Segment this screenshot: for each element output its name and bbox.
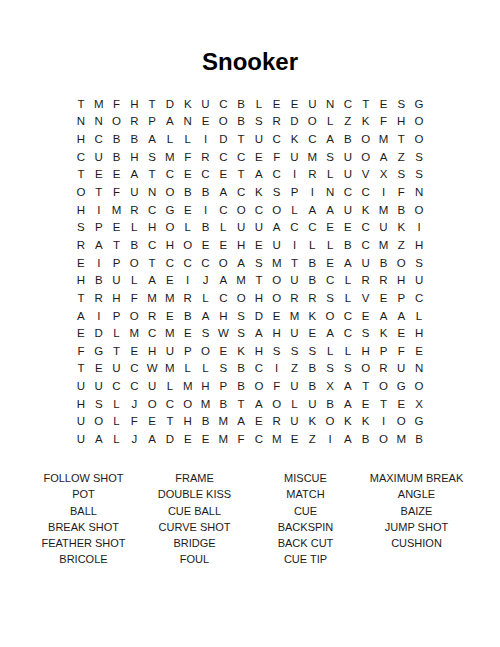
- grid-cell-r12[interactable]: E: [375, 289, 393, 307]
- grid-cell-f10[interactable]: C: [161, 254, 179, 272]
- grid-cell-j5[interactable]: T: [232, 166, 250, 184]
- grid-cell-o15[interactable]: L: [321, 342, 339, 360]
- word-list-item[interactable]: FRAME: [175, 470, 214, 486]
- grid-cell-g20[interactable]: E: [179, 430, 197, 448]
- grid-cell-q9[interactable]: C: [357, 236, 375, 254]
- grid-cell-g15[interactable]: P: [179, 342, 197, 360]
- grid-cell-g11[interactable]: I: [179, 271, 197, 289]
- word-list-item[interactable]: FEATHER SHOT: [41, 535, 125, 551]
- grid-cell-b17[interactable]: U: [90, 377, 108, 395]
- grid-cell-i11[interactable]: A: [214, 271, 232, 289]
- grid-cell-f15[interactable]: U: [161, 342, 179, 360]
- grid-cell-j3[interactable]: T: [232, 130, 250, 148]
- grid-cell-q15[interactable]: H: [357, 342, 375, 360]
- grid-cell-i5[interactable]: E: [214, 166, 232, 184]
- grid-cell-a13[interactable]: A: [72, 307, 90, 325]
- grid-cell-e14[interactable]: C: [143, 324, 161, 342]
- grid-cell-f1[interactable]: D: [161, 95, 179, 113]
- grid-cell-k6[interactable]: K: [250, 183, 268, 201]
- grid-cell-j2[interactable]: B: [232, 113, 250, 131]
- grid-cell-k3[interactable]: U: [250, 130, 268, 148]
- word-list-item[interactable]: ANGLE: [398, 486, 435, 502]
- grid-cell-p17[interactable]: A: [339, 377, 357, 395]
- grid-cell-m11[interactable]: U: [286, 271, 304, 289]
- grid-cell-s6[interactable]: F: [392, 183, 410, 201]
- grid-cell-t1[interactable]: G: [410, 95, 428, 113]
- grid-cell-h16[interactable]: L: [197, 360, 215, 378]
- grid-cell-b4[interactable]: U: [90, 148, 108, 166]
- grid-cell-j14[interactable]: S: [232, 324, 250, 342]
- grid-cell-t18[interactable]: X: [410, 395, 428, 413]
- word-list-item[interactable]: CUSHION: [391, 535, 442, 551]
- grid-cell-b3[interactable]: C: [90, 130, 108, 148]
- grid-cell-p9[interactable]: B: [339, 236, 357, 254]
- grid-cell-c11[interactable]: U: [108, 271, 126, 289]
- grid-cell-n8[interactable]: C: [303, 218, 321, 236]
- grid-cell-d10[interactable]: O: [125, 254, 143, 272]
- grid-cell-q8[interactable]: C: [357, 218, 375, 236]
- grid-cell-d12[interactable]: F: [125, 289, 143, 307]
- grid-cell-h10[interactable]: C: [197, 254, 215, 272]
- word-list-item[interactable]: POT: [72, 486, 95, 502]
- grid-cell-k18[interactable]: A: [250, 395, 268, 413]
- grid-cell-j20[interactable]: F: [232, 430, 250, 448]
- grid-cell-k16[interactable]: C: [250, 360, 268, 378]
- grid-cell-o3[interactable]: A: [321, 130, 339, 148]
- grid-cell-l15[interactable]: S: [268, 342, 286, 360]
- grid-cell-m14[interactable]: U: [286, 324, 304, 342]
- grid-cell-h14[interactable]: S: [197, 324, 215, 342]
- grid-cell-h19[interactable]: B: [197, 413, 215, 431]
- grid-cell-l19[interactable]: R: [268, 413, 286, 431]
- grid-cell-f19[interactable]: T: [161, 413, 179, 431]
- grid-cell-i12[interactable]: C: [214, 289, 232, 307]
- grid-cell-c7[interactable]: M: [108, 201, 126, 219]
- grid-cell-s19[interactable]: O: [392, 413, 410, 431]
- grid-cell-q19[interactable]: K: [357, 413, 375, 431]
- grid-cell-e20[interactable]: A: [143, 430, 161, 448]
- grid-cell-d9[interactable]: B: [125, 236, 143, 254]
- grid-cell-a15[interactable]: F: [72, 342, 90, 360]
- grid-cell-m9[interactable]: I: [286, 236, 304, 254]
- grid-cell-h4[interactable]: R: [197, 148, 215, 166]
- grid-cell-r19[interactable]: I: [375, 413, 393, 431]
- grid-cell-e16[interactable]: W: [143, 360, 161, 378]
- grid-cell-k5[interactable]: A: [250, 166, 268, 184]
- word-list-item[interactable]: CURVE SHOT: [159, 519, 231, 535]
- grid-cell-e18[interactable]: O: [143, 395, 161, 413]
- grid-cell-j4[interactable]: C: [232, 148, 250, 166]
- grid-cell-g1[interactable]: K: [179, 95, 197, 113]
- grid-cell-r4[interactable]: A: [375, 148, 393, 166]
- grid-cell-s13[interactable]: A: [392, 307, 410, 325]
- grid-cell-d20[interactable]: J: [125, 430, 143, 448]
- grid-cell-n14[interactable]: E: [303, 324, 321, 342]
- grid-cell-l16[interactable]: I: [268, 360, 286, 378]
- word-list-item[interactable]: DOUBLE KISS: [158, 486, 231, 502]
- grid-cell-h3[interactable]: I: [197, 130, 215, 148]
- grid-cell-h8[interactable]: B: [197, 218, 215, 236]
- grid-cell-m18[interactable]: L: [286, 395, 304, 413]
- grid-cell-l12[interactable]: O: [268, 289, 286, 307]
- grid-cell-i20[interactable]: M: [214, 430, 232, 448]
- grid-cell-g14[interactable]: E: [179, 324, 197, 342]
- grid-cell-n19[interactable]: K: [303, 413, 321, 431]
- grid-cell-l14[interactable]: H: [268, 324, 286, 342]
- grid-cell-r18[interactable]: T: [375, 395, 393, 413]
- grid-cell-c5[interactable]: E: [108, 166, 126, 184]
- grid-cell-q14[interactable]: S: [357, 324, 375, 342]
- grid-cell-r14[interactable]: K: [375, 324, 393, 342]
- grid-cell-f17[interactable]: L: [161, 377, 179, 395]
- grid-cell-o6[interactable]: N: [321, 183, 339, 201]
- grid-cell-k8[interactable]: U: [250, 218, 268, 236]
- grid-cell-d8[interactable]: L: [125, 218, 143, 236]
- grid-cell-a7[interactable]: H: [72, 201, 90, 219]
- grid-cell-m13[interactable]: M: [286, 307, 304, 325]
- grid-cell-k12[interactable]: H: [250, 289, 268, 307]
- grid-cell-j19[interactable]: A: [232, 413, 250, 431]
- grid-cell-m6[interactable]: P: [286, 183, 304, 201]
- grid-cell-d18[interactable]: J: [125, 395, 143, 413]
- grid-cell-p7[interactable]: U: [339, 201, 357, 219]
- grid-cell-o12[interactable]: S: [321, 289, 339, 307]
- grid-cell-a2[interactable]: N: [72, 113, 90, 131]
- grid-cell-m2[interactable]: D: [286, 113, 304, 131]
- grid-cell-e7[interactable]: C: [143, 201, 161, 219]
- word-list-item[interactable]: CUE TIP: [284, 551, 327, 567]
- grid-cell-s20[interactable]: M: [392, 430, 410, 448]
- grid-cell-g19[interactable]: H: [179, 413, 197, 431]
- word-list-item[interactable]: BACK CUT: [278, 535, 334, 551]
- grid-cell-o10[interactable]: E: [321, 254, 339, 272]
- grid-cell-j18[interactable]: T: [232, 395, 250, 413]
- grid-cell-c13[interactable]: P: [108, 307, 126, 325]
- grid-cell-t13[interactable]: L: [410, 307, 428, 325]
- grid-cell-h9[interactable]: E: [197, 236, 215, 254]
- grid-cell-a3[interactable]: H: [72, 130, 90, 148]
- grid-cell-b9[interactable]: A: [90, 236, 108, 254]
- grid-cell-o7[interactable]: A: [321, 201, 339, 219]
- grid-cell-a1[interactable]: T: [72, 95, 90, 113]
- grid-cell-b11[interactable]: B: [90, 271, 108, 289]
- grid-cell-n7[interactable]: A: [303, 201, 321, 219]
- grid-cell-g3[interactable]: L: [179, 130, 197, 148]
- grid-cell-p2[interactable]: Z: [339, 113, 357, 131]
- grid-cell-o18[interactable]: B: [321, 395, 339, 413]
- grid-cell-i17[interactable]: P: [214, 377, 232, 395]
- grid-cell-p12[interactable]: L: [339, 289, 357, 307]
- grid-cell-o9[interactable]: L: [321, 236, 339, 254]
- grid-cell-q11[interactable]: R: [357, 271, 375, 289]
- grid-cell-e9[interactable]: C: [143, 236, 161, 254]
- grid-cell-c12[interactable]: H: [108, 289, 126, 307]
- word-list-item[interactable]: BAIZE: [401, 503, 433, 519]
- grid-cell-o4[interactable]: S: [321, 148, 339, 166]
- grid-cell-b12[interactable]: R: [90, 289, 108, 307]
- grid-cell-f6[interactable]: O: [161, 183, 179, 201]
- grid-cell-e17[interactable]: U: [143, 377, 161, 395]
- grid-cell-k4[interactable]: E: [250, 148, 268, 166]
- grid-cell-s17[interactable]: G: [392, 377, 410, 395]
- grid-cell-f11[interactable]: E: [161, 271, 179, 289]
- grid-cell-e3[interactable]: A: [143, 130, 161, 148]
- grid-cell-r10[interactable]: B: [375, 254, 393, 272]
- grid-cell-m19[interactable]: U: [286, 413, 304, 431]
- grid-cell-q13[interactable]: E: [357, 307, 375, 325]
- grid-cell-e1[interactable]: T: [143, 95, 161, 113]
- grid-cell-a8[interactable]: S: [72, 218, 90, 236]
- grid-cell-t17[interactable]: O: [410, 377, 428, 395]
- grid-cell-i9[interactable]: E: [214, 236, 232, 254]
- grid-cell-i4[interactable]: C: [214, 148, 232, 166]
- grid-cell-q18[interactable]: E: [357, 395, 375, 413]
- grid-cell-d2[interactable]: R: [125, 113, 143, 131]
- grid-cell-p1[interactable]: C: [339, 95, 357, 113]
- grid-cell-q5[interactable]: V: [357, 166, 375, 184]
- grid-cell-p13[interactable]: C: [339, 307, 357, 325]
- grid-cell-s3[interactable]: T: [392, 130, 410, 148]
- grid-cell-c17[interactable]: C: [108, 377, 126, 395]
- grid-cell-g18[interactable]: O: [179, 395, 197, 413]
- grid-cell-a12[interactable]: T: [72, 289, 90, 307]
- grid-cell-s7[interactable]: B: [392, 201, 410, 219]
- grid-cell-f2[interactable]: A: [161, 113, 179, 131]
- grid-cell-o1[interactable]: N: [321, 95, 339, 113]
- grid-cell-j11[interactable]: M: [232, 271, 250, 289]
- grid-cell-r6[interactable]: I: [375, 183, 393, 201]
- grid-cell-o17[interactable]: X: [321, 377, 339, 395]
- grid-cell-s4[interactable]: Z: [392, 148, 410, 166]
- grid-cell-f5[interactable]: C: [161, 166, 179, 184]
- grid-cell-j9[interactable]: H: [232, 236, 250, 254]
- word-list-item[interactable]: BREAK SHOT: [48, 519, 119, 535]
- grid-cell-t7[interactable]: O: [410, 201, 428, 219]
- word-list-item[interactable]: BRICOLE: [59, 551, 107, 567]
- grid-cell-f3[interactable]: L: [161, 130, 179, 148]
- grid-cell-f8[interactable]: O: [161, 218, 179, 236]
- grid-cell-h5[interactable]: C: [197, 166, 215, 184]
- grid-cell-j1[interactable]: B: [232, 95, 250, 113]
- word-list-item[interactable]: BALL: [70, 503, 97, 519]
- grid-cell-s12[interactable]: P: [392, 289, 410, 307]
- grid-cell-h11[interactable]: J: [197, 271, 215, 289]
- grid-cell-h6[interactable]: B: [197, 183, 215, 201]
- grid-cell-k9[interactable]: E: [250, 236, 268, 254]
- grid-cell-e8[interactable]: H: [143, 218, 161, 236]
- grid-cell-n11[interactable]: B: [303, 271, 321, 289]
- grid-cell-a4[interactable]: C: [72, 148, 90, 166]
- grid-cell-b18[interactable]: S: [90, 395, 108, 413]
- grid-cell-p15[interactable]: L: [339, 342, 357, 360]
- grid-cell-d6[interactable]: U: [125, 183, 143, 201]
- grid-cell-a11[interactable]: H: [72, 271, 90, 289]
- grid-cell-m15[interactable]: S: [286, 342, 304, 360]
- grid-cell-f4[interactable]: M: [161, 148, 179, 166]
- grid-cell-t3[interactable]: O: [410, 130, 428, 148]
- grid-cell-d5[interactable]: A: [125, 166, 143, 184]
- grid-cell-m20[interactable]: E: [286, 430, 304, 448]
- grid-cell-c20[interactable]: L: [108, 430, 126, 448]
- grid-cell-j13[interactable]: S: [232, 307, 250, 325]
- grid-cell-i2[interactable]: O: [214, 113, 232, 131]
- grid-cell-n9[interactable]: L: [303, 236, 321, 254]
- grid-cell-p20[interactable]: A: [339, 430, 357, 448]
- grid-cell-i6[interactable]: A: [214, 183, 232, 201]
- grid-cell-p11[interactable]: L: [339, 271, 357, 289]
- grid-cell-c9[interactable]: T: [108, 236, 126, 254]
- grid-cell-h20[interactable]: E: [197, 430, 215, 448]
- grid-cell-t4[interactable]: S: [410, 148, 428, 166]
- word-list-item[interactable]: MATCH: [286, 486, 324, 502]
- grid-cell-h7[interactable]: I: [197, 201, 215, 219]
- grid-cell-j6[interactable]: C: [232, 183, 250, 201]
- grid-cell-m1[interactable]: E: [286, 95, 304, 113]
- grid-cell-g5[interactable]: E: [179, 166, 197, 184]
- grid-cell-a17[interactable]: U: [72, 377, 90, 395]
- grid-cell-i14[interactable]: W: [214, 324, 232, 342]
- grid-cell-f7[interactable]: G: [161, 201, 179, 219]
- grid-cell-b16[interactable]: E: [90, 360, 108, 378]
- grid-cell-d1[interactable]: H: [125, 95, 143, 113]
- grid-cell-q10[interactable]: U: [357, 254, 375, 272]
- word-list-item[interactable]: MAXIMUM BREAK: [370, 470, 464, 486]
- grid-cell-k7[interactable]: C: [250, 201, 268, 219]
- grid-cell-a19[interactable]: U: [72, 413, 90, 431]
- grid-cell-g4[interactable]: F: [179, 148, 197, 166]
- grid-cell-p19[interactable]: K: [339, 413, 357, 431]
- grid-cell-o16[interactable]: S: [321, 360, 339, 378]
- grid-cell-j17[interactable]: B: [232, 377, 250, 395]
- grid-cell-t19[interactable]: G: [410, 413, 428, 431]
- grid-cell-g12[interactable]: R: [179, 289, 197, 307]
- grid-cell-m17[interactable]: U: [286, 377, 304, 395]
- grid-cell-i13[interactable]: H: [214, 307, 232, 325]
- grid-cell-q20[interactable]: B: [357, 430, 375, 448]
- grid-cell-p6[interactable]: C: [339, 183, 357, 201]
- grid-cell-j10[interactable]: A: [232, 254, 250, 272]
- grid-cell-d19[interactable]: F: [125, 413, 143, 431]
- grid-cell-o19[interactable]: O: [321, 413, 339, 431]
- grid-cell-t5[interactable]: S: [410, 166, 428, 184]
- grid-cell-n15[interactable]: S: [303, 342, 321, 360]
- grid-cell-t14[interactable]: H: [410, 324, 428, 342]
- grid-cell-s5[interactable]: S: [392, 166, 410, 184]
- grid-cell-j7[interactable]: O: [232, 201, 250, 219]
- grid-cell-r1[interactable]: E: [375, 95, 393, 113]
- grid-cell-f13[interactable]: E: [161, 307, 179, 325]
- word-list-item[interactable]: BRIDGE: [173, 535, 215, 551]
- grid-cell-a14[interactable]: E: [72, 324, 90, 342]
- grid-cell-g7[interactable]: E: [179, 201, 197, 219]
- grid-cell-o8[interactable]: E: [321, 218, 339, 236]
- grid-cell-b6[interactable]: T: [90, 183, 108, 201]
- grid-cell-t15[interactable]: E: [410, 342, 428, 360]
- grid-cell-o20[interactable]: I: [321, 430, 339, 448]
- grid-cell-d11[interactable]: L: [125, 271, 143, 289]
- grid-cell-d14[interactable]: M: [125, 324, 143, 342]
- grid-cell-l6[interactable]: S: [268, 183, 286, 201]
- grid-cell-d3[interactable]: B: [125, 130, 143, 148]
- grid-cell-c18[interactable]: L: [108, 395, 126, 413]
- grid-cell-s16[interactable]: U: [392, 360, 410, 378]
- grid-cell-k10[interactable]: S: [250, 254, 268, 272]
- grid-cell-q17[interactable]: T: [357, 377, 375, 395]
- grid-cell-e13[interactable]: R: [143, 307, 161, 325]
- word-list-item[interactable]: JUMP SHOT: [385, 519, 448, 535]
- grid-cell-k17[interactable]: O: [250, 377, 268, 395]
- grid-cell-p18[interactable]: A: [339, 395, 357, 413]
- grid-cell-p8[interactable]: E: [339, 218, 357, 236]
- grid-cell-b2[interactable]: N: [90, 113, 108, 131]
- grid-cell-k20[interactable]: C: [250, 430, 268, 448]
- grid-cell-i3[interactable]: D: [214, 130, 232, 148]
- grid-cell-m5[interactable]: I: [286, 166, 304, 184]
- grid-cell-m8[interactable]: C: [286, 218, 304, 236]
- word-list-item[interactable]: BACKSPIN: [278, 519, 334, 535]
- grid-cell-c1[interactable]: F: [108, 95, 126, 113]
- grid-cell-e15[interactable]: H: [143, 342, 161, 360]
- grid-cell-a5[interactable]: T: [72, 166, 90, 184]
- grid-cell-i10[interactable]: O: [214, 254, 232, 272]
- grid-cell-r16[interactable]: R: [375, 360, 393, 378]
- grid-cell-n5[interactable]: R: [303, 166, 321, 184]
- grid-cell-t9[interactable]: H: [410, 236, 428, 254]
- grid-cell-p10[interactable]: A: [339, 254, 357, 272]
- grid-cell-r5[interactable]: X: [375, 166, 393, 184]
- grid-cell-c14[interactable]: L: [108, 324, 126, 342]
- grid-cell-l17[interactable]: F: [268, 377, 286, 395]
- grid-cell-c8[interactable]: E: [108, 218, 126, 236]
- grid-cell-a9[interactable]: R: [72, 236, 90, 254]
- word-list-item[interactable]: CUE: [294, 503, 317, 519]
- grid-cell-q1[interactable]: T: [357, 95, 375, 113]
- grid-cell-l1[interactable]: E: [268, 95, 286, 113]
- grid-cell-l9[interactable]: U: [268, 236, 286, 254]
- grid-cell-n12[interactable]: R: [303, 289, 321, 307]
- grid-cell-i8[interactable]: L: [214, 218, 232, 236]
- grid-cell-d16[interactable]: C: [125, 360, 143, 378]
- grid-cell-e2[interactable]: P: [143, 113, 161, 131]
- grid-cell-s18[interactable]: E: [392, 395, 410, 413]
- grid-cell-b19[interactable]: O: [90, 413, 108, 431]
- grid-cell-f20[interactable]: D: [161, 430, 179, 448]
- grid-cell-i16[interactable]: S: [214, 360, 232, 378]
- grid-cell-r9[interactable]: M: [375, 236, 393, 254]
- grid-cell-n6[interactable]: I: [303, 183, 321, 201]
- grid-cell-b13[interactable]: I: [90, 307, 108, 325]
- grid-cell-t2[interactable]: O: [410, 113, 428, 131]
- grid-cell-c15[interactable]: T: [108, 342, 126, 360]
- grid-cell-g17[interactable]: M: [179, 377, 197, 395]
- grid-cell-e11[interactable]: A: [143, 271, 161, 289]
- grid-cell-f9[interactable]: H: [161, 236, 179, 254]
- grid-cell-q4[interactable]: O: [357, 148, 375, 166]
- grid-cell-i7[interactable]: C: [214, 201, 232, 219]
- grid-cell-s14[interactable]: E: [392, 324, 410, 342]
- grid-cell-p5[interactable]: U: [339, 166, 357, 184]
- grid-cell-b14[interactable]: D: [90, 324, 108, 342]
- grid-cell-l5[interactable]: C: [268, 166, 286, 184]
- grid-cell-g6[interactable]: B: [179, 183, 197, 201]
- grid-cell-m10[interactable]: T: [286, 254, 304, 272]
- grid-cell-f16[interactable]: M: [161, 360, 179, 378]
- word-list-item[interactable]: FOLLOW SHOT: [43, 470, 123, 486]
- grid-cell-r7[interactable]: M: [375, 201, 393, 219]
- grid-cell-e10[interactable]: T: [143, 254, 161, 272]
- grid-cell-t20[interactable]: B: [410, 430, 428, 448]
- grid-cell-n20[interactable]: Z: [303, 430, 321, 448]
